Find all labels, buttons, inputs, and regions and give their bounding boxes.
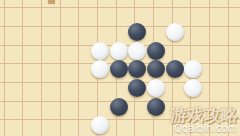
stone-white bbox=[91, 60, 109, 78]
watermark-title: 游戏攻略 bbox=[170, 106, 238, 124]
stone-white bbox=[91, 116, 109, 134]
board-top-marker bbox=[48, 0, 55, 4]
grid-line-h bbox=[0, 82, 240, 83]
grid-line-v bbox=[4, 0, 5, 136]
stone-black bbox=[128, 60, 146, 78]
watermark-url: Qqaiqin.com bbox=[174, 124, 237, 134]
grid-line-v bbox=[60, 0, 61, 136]
stone-white bbox=[91, 42, 109, 60]
stone-black bbox=[128, 23, 146, 41]
stone-white bbox=[184, 79, 202, 97]
grid-line-v bbox=[78, 0, 79, 136]
stone-black bbox=[147, 60, 165, 78]
stone-white bbox=[166, 23, 184, 41]
stone-white bbox=[184, 60, 202, 78]
stone-white bbox=[147, 79, 165, 97]
stone-white bbox=[110, 42, 128, 60]
stone-black bbox=[110, 60, 128, 78]
grid-line-v bbox=[41, 0, 42, 136]
stone-white bbox=[128, 42, 146, 60]
stone-black bbox=[147, 98, 165, 116]
grid-line-h bbox=[0, 7, 240, 8]
stone-black bbox=[128, 79, 146, 97]
stone-black bbox=[166, 60, 184, 78]
stone-black bbox=[110, 98, 128, 116]
stone-black bbox=[147, 42, 165, 60]
grid-line-h bbox=[0, 26, 240, 27]
grid-line-v bbox=[22, 0, 23, 136]
gomoku-board[interactable]: 游戏攻略 Qqaiqin.com bbox=[0, 0, 240, 136]
